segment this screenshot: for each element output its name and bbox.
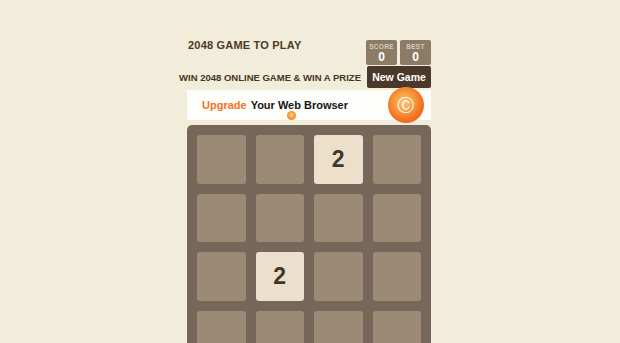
game-column: 2048 GAME TO PLAY SCORE 0 BEST 0 WIN 204… xyxy=(187,0,431,343)
c-glyph: Ⓒ xyxy=(398,97,415,114)
tile-2: 2 xyxy=(314,135,363,184)
empty-cell xyxy=(314,252,363,301)
empty-cell xyxy=(256,194,305,243)
empty-cell xyxy=(256,135,305,184)
score-value: 0 xyxy=(378,51,385,64)
empty-cell xyxy=(197,135,246,184)
empty-cell xyxy=(314,194,363,243)
page-title: 2048 GAME TO PLAY xyxy=(188,39,301,51)
best-value: 0 xyxy=(412,51,419,64)
score-panel: SCORE 0 BEST 0 xyxy=(366,40,431,65)
orange-dot-icon[interactable] xyxy=(287,111,296,120)
prize-tagline: WIN 2048 ONLINE GAME & WIN A PRIZE xyxy=(179,72,361,83)
ad-text: Upgrade Your Web Browser xyxy=(202,90,348,120)
empty-cell xyxy=(373,252,422,301)
empty-cell xyxy=(197,311,246,343)
ad-text-highlight: Upgrade xyxy=(202,99,247,111)
empty-cell xyxy=(373,135,422,184)
tile-2: 2 xyxy=(256,252,305,301)
page-2048-game: { "game": "2048", "position": { "rows": … xyxy=(0,0,620,343)
empty-cell xyxy=(256,311,305,343)
empty-cell xyxy=(197,194,246,243)
c-circle-logo-icon[interactable]: Ⓒ xyxy=(388,87,424,123)
ad-banner[interactable]: Upgrade Your Web Browser Ⓒ xyxy=(187,90,431,120)
new-game-button[interactable]: New Game xyxy=(367,66,431,88)
empty-cell xyxy=(197,252,246,301)
empty-cell xyxy=(373,194,422,243)
ad-text-rest: Your Web Browser xyxy=(251,99,348,111)
best-score-box: BEST 0 xyxy=(400,40,431,65)
game-board-4x4: 22 xyxy=(187,125,431,343)
empty-cell xyxy=(314,311,363,343)
empty-cell xyxy=(373,311,422,343)
score-box: SCORE 0 xyxy=(366,40,397,65)
